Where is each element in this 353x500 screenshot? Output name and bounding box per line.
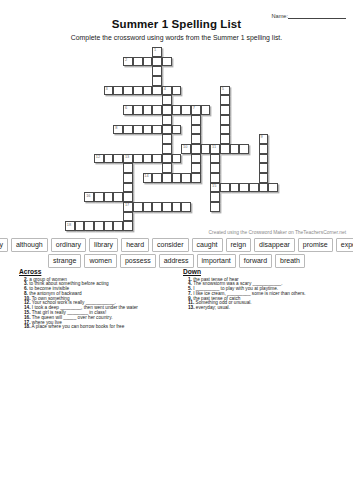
grid-cell[interactable] (143, 125, 153, 135)
grid-cell[interactable] (162, 173, 172, 183)
word-bank-item: breath (275, 254, 305, 268)
grid-cell[interactable] (123, 125, 133, 135)
grid-cell[interactable]: 6 (123, 105, 133, 115)
word-bank-item: experience (336, 238, 353, 252)
grid-cell[interactable] (220, 95, 230, 105)
grid-cell[interactable] (220, 115, 230, 125)
grid-cell[interactable] (259, 173, 269, 183)
clue-number-label: 8 (115, 126, 117, 130)
grid-cell[interactable] (152, 76, 162, 86)
grid-cell[interactable]: 8 (113, 125, 123, 135)
grid-cell[interactable] (210, 192, 220, 202)
page-subtitle: Complete the crossword using words from … (0, 34, 353, 41)
grid-cell[interactable] (220, 125, 230, 135)
word-bank-item: forward (239, 254, 272, 268)
grid-cell[interactable] (84, 221, 94, 231)
word-bank-item: naughty (0, 238, 8, 252)
grid-cell[interactable] (123, 192, 133, 202)
grid-cell[interactable]: 4 (162, 86, 172, 96)
clue-number-label: 7 (193, 106, 195, 110)
grid-cell[interactable] (162, 154, 172, 164)
grid-cell[interactable] (259, 183, 269, 193)
clue-number-label: 2 (125, 58, 127, 62)
grid-cell[interactable]: 12 (94, 154, 104, 164)
word-bank-row-2: strangewomenpossessaddressimportantforwa… (0, 254, 353, 268)
grid-cell[interactable] (152, 86, 162, 96)
grid-cell[interactable] (162, 125, 172, 135)
grid-cell[interactable] (172, 202, 182, 212)
grid-cell[interactable] (133, 125, 143, 135)
grid-cell[interactable] (191, 115, 201, 125)
grid-cell[interactable] (191, 134, 201, 144)
grid-cell[interactable] (210, 202, 220, 212)
clue-number-label: 4 (164, 87, 166, 91)
grid-cell[interactable] (239, 183, 249, 193)
grid-cell[interactable] (220, 105, 230, 115)
grid-cell[interactable]: 17 (123, 202, 133, 212)
grid-cell[interactable] (259, 144, 269, 154)
clue-item: 18. A place where you can borrow books f… (19, 325, 179, 330)
grid-cell[interactable] (143, 105, 153, 115)
grid-cell[interactable]: 10 (181, 144, 191, 154)
grid-cell[interactable] (113, 221, 123, 231)
grid-cell[interactable] (191, 125, 201, 135)
grid-cell[interactable] (113, 154, 123, 164)
clue-number-label: 15 (212, 184, 216, 188)
grid-cell[interactable] (94, 221, 104, 231)
grid-cell[interactable] (123, 163, 133, 173)
grid-cell[interactable] (259, 154, 269, 164)
grid-cell[interactable] (220, 134, 230, 144)
grid-cell[interactable] (162, 105, 172, 115)
grid-cell[interactable] (143, 57, 153, 67)
clue-number-label: 11 (212, 145, 216, 149)
grid-cell[interactable] (172, 173, 182, 183)
grid-cell[interactable]: 14 (143, 173, 153, 183)
grid-cell[interactable] (162, 163, 172, 173)
grid-cell[interactable] (201, 105, 211, 115)
grid-cell[interactable] (181, 202, 191, 212)
word-bank-item: ordinary (51, 238, 86, 252)
page-title: Summer 1 Spelling List (0, 18, 353, 30)
grid-cell[interactable]: 11 (210, 144, 220, 154)
grid-cell[interactable] (152, 173, 162, 183)
grid-cell[interactable] (152, 125, 162, 135)
grid-cell[interactable]: 13 (123, 154, 133, 164)
grid-cell[interactable] (123, 173, 133, 183)
grid-cell[interactable] (181, 173, 191, 183)
word-bank-item: strange (48, 254, 81, 268)
clue-number-label: 18 (67, 223, 71, 227)
grid-cell[interactable] (113, 86, 123, 96)
word-bank-item: although (11, 238, 48, 252)
word-bank-item: promise (298, 238, 333, 252)
word-bank-item: possess (120, 254, 156, 268)
grid-cell[interactable]: 16 (84, 192, 94, 202)
grid-cell[interactable]: 18 (65, 221, 75, 231)
grid-cell[interactable] (172, 125, 182, 135)
clue-number-label: 3 (106, 87, 108, 91)
grid-cell[interactable] (210, 173, 220, 183)
across-clue-list: 2. a group of women3. to think about som… (19, 278, 179, 331)
grid-cell[interactable] (75, 221, 85, 231)
grid-cell[interactable] (133, 86, 143, 96)
down-heading: Down (183, 268, 349, 275)
clue-number-label: 10 (183, 145, 187, 149)
grid-cell[interactable] (143, 202, 153, 212)
grid-cell[interactable] (133, 57, 143, 67)
clue-number-label: 16 (86, 194, 90, 198)
word-bank-item: important (197, 254, 236, 268)
grid-cell[interactable]: 7 (191, 105, 201, 115)
grid-cell[interactable] (162, 95, 172, 105)
grid-cell[interactable] (201, 144, 211, 154)
grid-cell[interactable] (191, 173, 201, 183)
across-heading: Across (19, 268, 179, 275)
generator-credit: Created using the Crossword Maker on The… (209, 230, 346, 235)
grid-cell[interactable] (172, 154, 182, 164)
grid-cell[interactable] (152, 105, 162, 115)
word-bank-item: heard (121, 238, 149, 252)
grid-cell[interactable] (104, 154, 114, 164)
grid-cell[interactable]: 3 (104, 86, 114, 96)
grid-cell[interactable] (143, 154, 153, 164)
grid-cell[interactable] (249, 183, 259, 193)
grid-cell[interactable] (123, 183, 133, 193)
clue-number-label: 13 (125, 155, 129, 159)
word-bank-row-1: naughtyalthoughordinarylibraryheardconsi… (0, 238, 353, 252)
grid-cell[interactable] (181, 105, 191, 115)
clue-item: 13. everyday; usual. (183, 306, 349, 311)
grid-cell[interactable] (104, 192, 114, 202)
grid-cell[interactable] (123, 221, 133, 231)
word-bank-item: women (84, 254, 117, 268)
grid-cell[interactable] (133, 154, 143, 164)
down-clues-section: Down 1. the past tense of hear4. The sno… (183, 268, 349, 311)
grid-cell[interactable] (162, 134, 172, 144)
grid-cell[interactable] (210, 163, 220, 173)
crossword-grid: 123456789101112131415161718 (65, 47, 278, 231)
grid-cell[interactable] (143, 86, 153, 96)
grid-cell[interactable] (172, 105, 182, 115)
grid-cell[interactable] (152, 66, 162, 76)
grid-cell[interactable] (113, 192, 123, 202)
grid-cell[interactable] (239, 144, 249, 154)
grid-cell[interactable] (162, 144, 172, 154)
grid-cell[interactable] (210, 154, 220, 164)
grid-cell[interactable] (162, 202, 172, 212)
clue-number-label: 1 (154, 48, 156, 52)
down-clue-list: 1. the past tense of hear4. The snowstor… (183, 278, 349, 312)
grid-cell[interactable] (133, 202, 143, 212)
grid-cell[interactable]: 15 (210, 183, 220, 193)
grid-cell[interactable] (191, 154, 201, 164)
grid-cell[interactable] (259, 163, 269, 173)
grid-cell[interactable]: 2 (123, 57, 133, 67)
grid-cell[interactable] (94, 192, 104, 202)
grid-cell[interactable] (268, 183, 278, 193)
worksheet-page: { "page": { "name_label": "Name:", "titl… (0, 0, 353, 500)
word-bank-item: address (159, 254, 194, 268)
grid-cell[interactable] (162, 57, 172, 67)
clue-number-label: 17 (125, 203, 129, 207)
grid-cell[interactable] (104, 221, 114, 231)
word-bank-item: caught (192, 238, 223, 252)
grid-cell[interactable]: 5 (220, 86, 230, 96)
word-bank-item: reign (226, 238, 252, 252)
grid-cell[interactable] (152, 202, 162, 212)
word-bank-item: disappear (254, 238, 295, 252)
grid-cell[interactable] (152, 154, 162, 164)
grid-cell[interactable]: 1 (152, 47, 162, 57)
clue-number-label: 12 (96, 155, 100, 159)
grid-cell[interactable] (123, 212, 133, 222)
grid-cell[interactable] (162, 115, 172, 125)
grid-cell[interactable] (172, 86, 182, 96)
clue-number-label: 6 (125, 106, 127, 110)
grid-cell[interactable] (230, 183, 240, 193)
across-clues-section: Across 2. a group of women3. to think ab… (19, 268, 179, 330)
grid-cell[interactable] (191, 144, 201, 154)
grid-cell[interactable]: 9 (259, 134, 269, 144)
grid-cell[interactable] (123, 86, 133, 96)
word-bank-item: consider (152, 238, 188, 252)
word-bank-item: library (89, 238, 118, 252)
grid-cell[interactable] (191, 163, 201, 173)
grid-cell[interactable] (230, 144, 240, 154)
grid-cell[interactable] (133, 105, 143, 115)
grid-cell[interactable] (220, 144, 230, 154)
clue-number-label: 14 (144, 174, 148, 178)
clue-number-label: 9 (261, 135, 263, 139)
clue-number-label: 5 (222, 87, 224, 91)
grid-cell[interactable] (152, 57, 162, 67)
grid-cell[interactable] (220, 183, 230, 193)
